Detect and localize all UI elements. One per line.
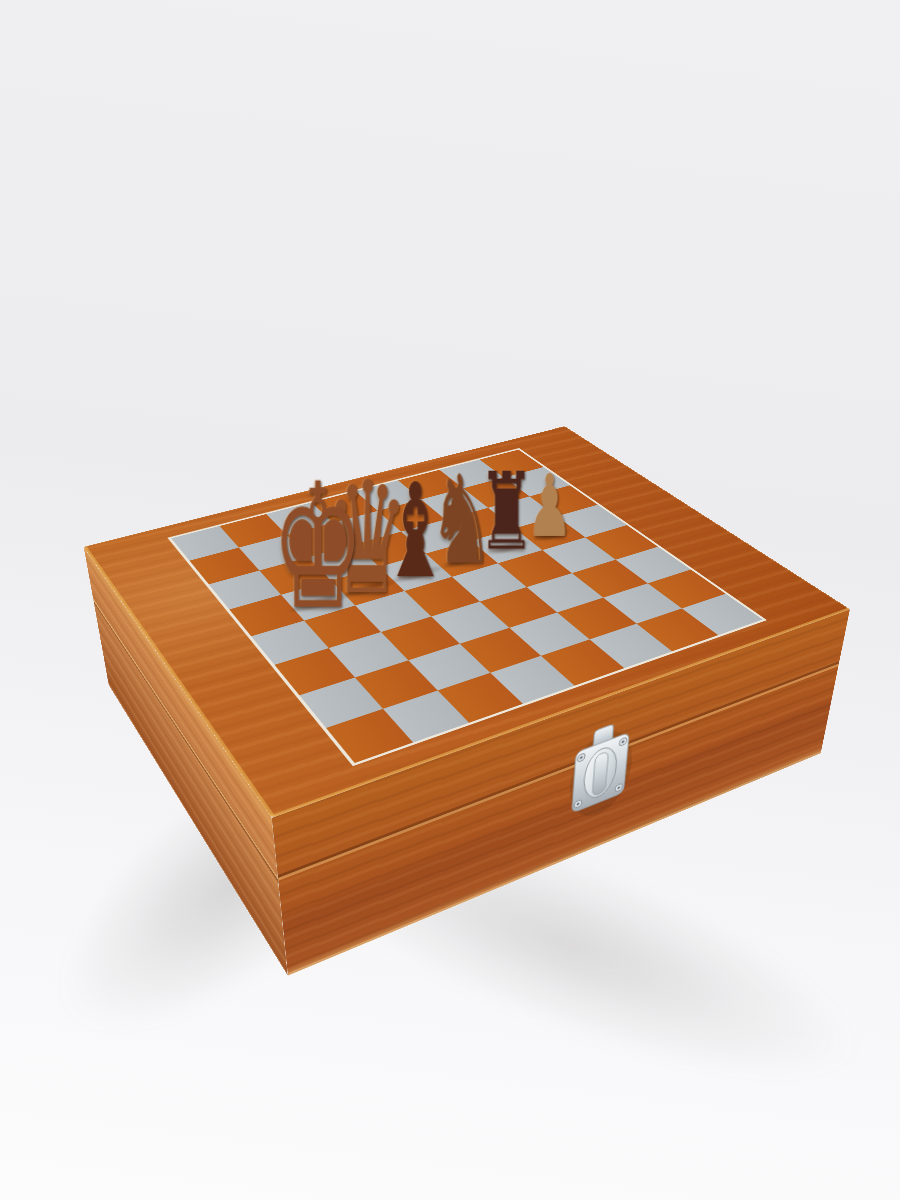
metal-clasp [563, 709, 639, 835]
scene: ♚♛♝♞♜♟ [0, 0, 900, 1200]
product-photo: ♚♛♝♞♜♟ [0, 0, 900, 1200]
